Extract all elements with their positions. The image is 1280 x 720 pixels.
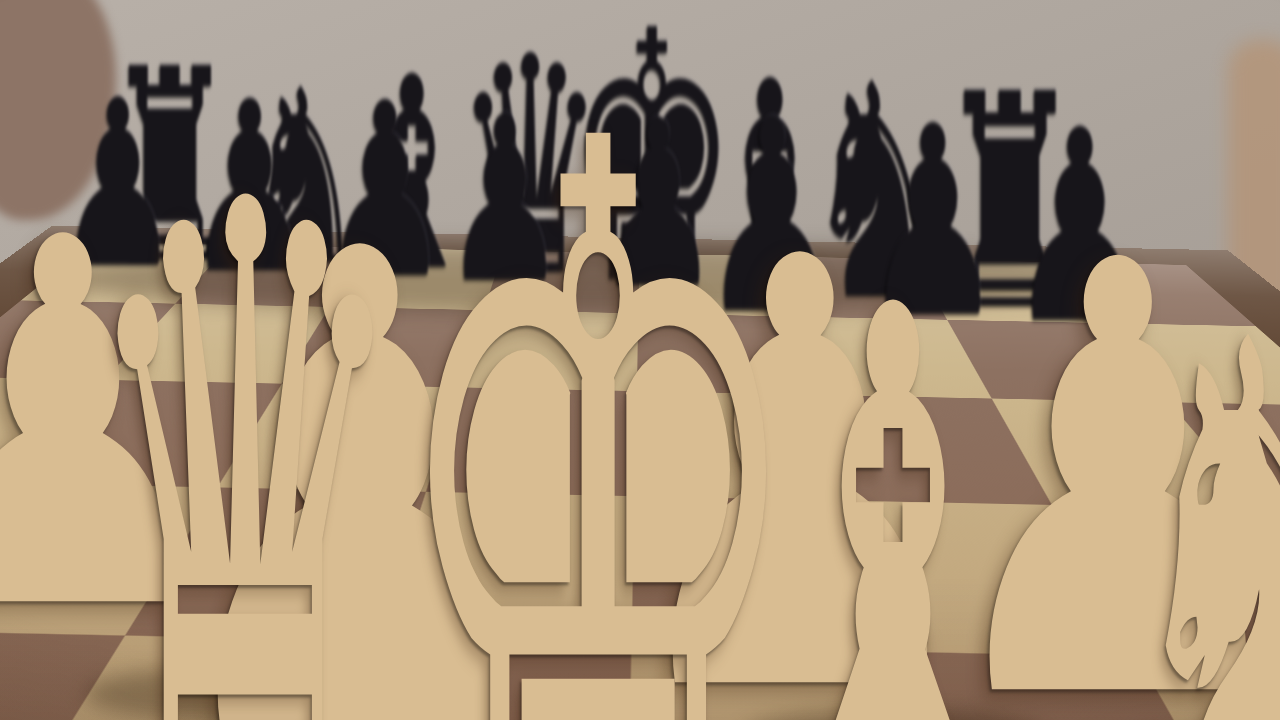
- white-king-e1[interactable]: ♚: [383, 22, 813, 720]
- pieces-layer: ♜♞♝♛♚♝♞♜♟♟♟♟♟♟♟♟♟♟♛♚♟♝♟♞: [0, 0, 1280, 720]
- white-queen-d1[interactable]: ♛: [76, 106, 414, 720]
- photo-scene: ♜♞♝♛♚♝♞♜♟♟♟♟♟♟♟♟♟♟♛♚♟♝♟♞: [0, 0, 1280, 720]
- white-knight-g1[interactable]: ♞: [1113, 259, 1280, 720]
